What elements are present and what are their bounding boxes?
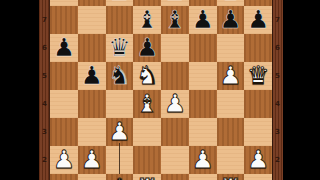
piece-black-bishop-e7: ♝ xyxy=(164,6,186,34)
rank-label-7: 7 xyxy=(39,6,50,34)
square-h4[interactable] xyxy=(244,90,272,118)
rank-label-6: 6 xyxy=(272,34,283,62)
piece-white-pawn-f2: ♟ xyxy=(191,146,213,174)
square-e7[interactable]: ♝ xyxy=(161,6,189,34)
square-g4[interactable] xyxy=(217,90,245,118)
rank-label-7: 7 xyxy=(272,6,283,34)
square-f4[interactable] xyxy=(189,90,217,118)
rank-label-5: 5 xyxy=(39,62,50,90)
chess-board: 87654321 ♜♜♚♝♝♟♟♟♟♛♟♟♞♞♟♛♝♟♟♟♟♟♟♚♜♜ 8765… xyxy=(39,0,283,180)
rank-label-3: 3 xyxy=(272,118,283,146)
square-g3[interactable] xyxy=(217,118,245,146)
piece-white-pawn-e4: ♟ xyxy=(164,90,186,118)
piece-black-pawn-d6: ♟ xyxy=(136,34,158,62)
square-c7[interactable] xyxy=(106,6,134,34)
square-d6[interactable]: ♟ xyxy=(133,34,161,62)
square-c4[interactable] xyxy=(106,90,134,118)
square-g1[interactable]: ♜ xyxy=(217,174,245,180)
square-a7[interactable] xyxy=(50,6,78,34)
square-c1[interactable]: ♚ xyxy=(106,174,134,180)
square-f3[interactable] xyxy=(189,118,217,146)
piece-white-pawn-c3: ♟ xyxy=(108,118,130,146)
rank-label-1: 1 xyxy=(272,174,283,180)
square-b5[interactable]: ♟ xyxy=(78,62,106,90)
square-b4[interactable] xyxy=(78,90,106,118)
piece-white-rook-d1: ♜ xyxy=(136,174,158,180)
piece-white-queen-h5: ♛ xyxy=(247,62,269,90)
square-e5[interactable] xyxy=(161,62,189,90)
rank-label-4: 4 xyxy=(272,90,283,118)
move-indicator-line xyxy=(119,143,121,174)
piece-black-queen-c6: ♛ xyxy=(108,34,130,62)
square-b1[interactable] xyxy=(78,174,106,180)
square-b3[interactable] xyxy=(78,118,106,146)
piece-white-pawn-h2: ♟ xyxy=(247,146,269,174)
square-e1[interactable] xyxy=(161,174,189,180)
square-e2[interactable] xyxy=(161,146,189,174)
piece-white-knight-d5: ♞ xyxy=(136,62,158,90)
square-b6[interactable] xyxy=(78,34,106,62)
rank-label-3: 3 xyxy=(39,118,50,146)
square-b2[interactable]: ♟ xyxy=(78,146,106,174)
square-c5[interactable]: ♞ xyxy=(106,62,134,90)
square-h7[interactable]: ♟ xyxy=(244,6,272,34)
square-h3[interactable] xyxy=(244,118,272,146)
square-f1[interactable] xyxy=(189,174,217,180)
square-d2[interactable] xyxy=(133,146,161,174)
square-g5[interactable]: ♟ xyxy=(217,62,245,90)
square-f7[interactable]: ♟ xyxy=(189,6,217,34)
square-e4[interactable]: ♟ xyxy=(161,90,189,118)
square-a3[interactable] xyxy=(50,118,78,146)
piece-black-pawn-g7: ♟ xyxy=(219,6,241,34)
square-f2[interactable]: ♟ xyxy=(189,146,217,174)
rank-labels-right: 87654321 xyxy=(272,0,283,180)
square-a5[interactable] xyxy=(50,62,78,90)
rank-label-2: 2 xyxy=(39,146,50,174)
piece-black-pawn-b5: ♟ xyxy=(80,62,102,90)
square-h5[interactable]: ♛ xyxy=(244,62,272,90)
board-grid: ♜♜♚♝♝♟♟♟♟♛♟♟♞♞♟♛♝♟♟♟♟♟♟♚♜♜ xyxy=(50,0,272,180)
square-d4[interactable]: ♝ xyxy=(133,90,161,118)
square-g2[interactable] xyxy=(217,146,245,174)
piece-black-knight-c5: ♞ xyxy=(108,62,130,90)
rank-label-4: 4 xyxy=(39,90,50,118)
piece-white-king-c1: ♚ xyxy=(108,174,130,180)
square-c6[interactable]: ♛ xyxy=(106,34,134,62)
piece-black-pawn-f7: ♟ xyxy=(191,6,213,34)
square-d5[interactable]: ♞ xyxy=(133,62,161,90)
piece-black-pawn-a6: ♟ xyxy=(53,34,75,62)
square-h6[interactable] xyxy=(244,34,272,62)
square-b7[interactable] xyxy=(78,6,106,34)
square-a1[interactable] xyxy=(50,174,78,180)
piece-white-rook-g1: ♜ xyxy=(219,174,241,180)
square-f5[interactable] xyxy=(189,62,217,90)
piece-white-bishop-d4: ♝ xyxy=(136,90,158,118)
square-a6[interactable]: ♟ xyxy=(50,34,78,62)
square-d1[interactable]: ♜ xyxy=(133,174,161,180)
rank-labels-left: 87654321 xyxy=(39,0,50,180)
piece-white-pawn-a2: ♟ xyxy=(53,146,75,174)
square-g7[interactable]: ♟ xyxy=(217,6,245,34)
piece-black-pawn-h7: ♟ xyxy=(247,6,269,34)
square-a2[interactable]: ♟ xyxy=(50,146,78,174)
piece-black-bishop-d7: ♝ xyxy=(136,6,158,34)
square-d7[interactable]: ♝ xyxy=(133,6,161,34)
square-f6[interactable] xyxy=(189,34,217,62)
rank-label-1: 1 xyxy=(39,174,50,180)
square-a4[interactable] xyxy=(50,90,78,118)
square-d3[interactable] xyxy=(133,118,161,146)
piece-white-pawn-b2: ♟ xyxy=(80,146,102,174)
square-g6[interactable] xyxy=(217,34,245,62)
piece-white-pawn-g5: ♟ xyxy=(219,62,241,90)
rank-label-5: 5 xyxy=(272,62,283,90)
square-e3[interactable] xyxy=(161,118,189,146)
square-c3[interactable]: ♟ xyxy=(106,118,134,146)
square-h2[interactable]: ♟ xyxy=(244,146,272,174)
rank-label-6: 6 xyxy=(39,34,50,62)
rank-label-2: 2 xyxy=(272,146,283,174)
square-e6[interactable] xyxy=(161,34,189,62)
chess-diagram-screen: 87654321 ♜♜♚♝♝♟♟♟♟♛♟♟♞♞♟♛♝♟♟♟♟♟♟♚♜♜ 8765… xyxy=(0,0,320,180)
square-h1[interactable] xyxy=(244,174,272,180)
